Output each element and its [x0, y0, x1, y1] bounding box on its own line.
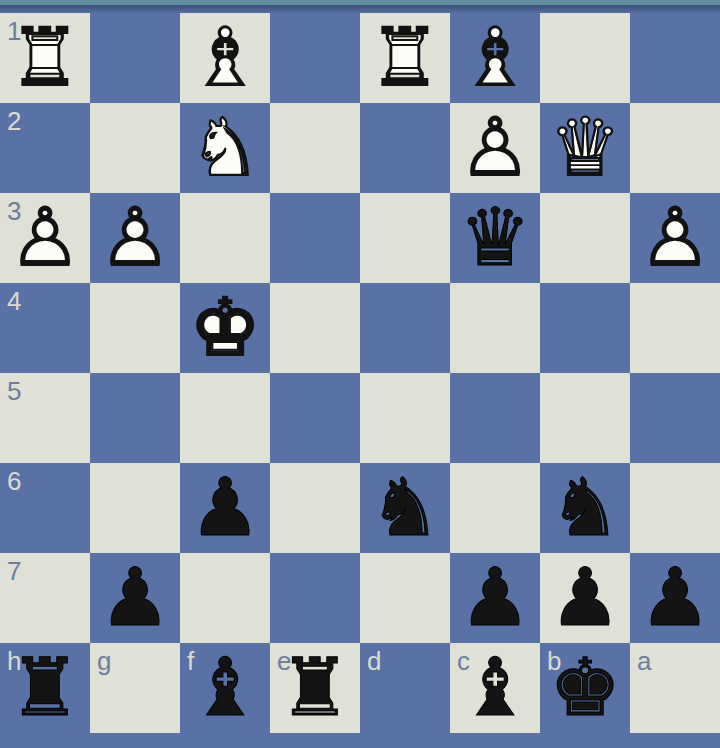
black-rook[interactable]: ♜♖	[270, 643, 360, 733]
square-h5[interactable]: 5	[0, 373, 90, 463]
black-knight[interactable]: ♞♘	[360, 463, 450, 553]
black-knight[interactable]: ♞♘	[540, 463, 630, 553]
white-rook-outline: ♖	[0, 13, 90, 103]
square-d4[interactable]	[360, 283, 450, 373]
black-king[interactable]: ♚♔	[540, 643, 630, 733]
square-e8[interactable]: e♜♖	[270, 643, 360, 733]
square-h2[interactable]: 2	[0, 103, 90, 193]
square-g4[interactable]	[90, 283, 180, 373]
white-rook[interactable]: ♜♖	[0, 13, 90, 103]
square-f6[interactable]: ♟♙	[180, 463, 270, 553]
white-bishop-outline: ♗	[450, 13, 540, 103]
square-h7[interactable]: 7	[0, 553, 90, 643]
square-c1[interactable]: ♝♗	[450, 13, 540, 103]
square-g8[interactable]: g	[90, 643, 180, 733]
black-pawn[interactable]: ♟♙	[630, 553, 720, 643]
square-c8[interactable]: c♝♗	[450, 643, 540, 733]
square-a3[interactable]: ♟♙	[630, 193, 720, 283]
file-label-d: d	[367, 648, 381, 674]
square-f2[interactable]: ♞♘	[180, 103, 270, 193]
square-c6[interactable]	[450, 463, 540, 553]
square-a7[interactable]: ♟♙	[630, 553, 720, 643]
black-bishop-glyph: ♝	[180, 643, 270, 733]
black-rook-glyph: ♜	[270, 643, 360, 733]
square-f4[interactable]: ♚♔	[180, 283, 270, 373]
square-a1[interactable]	[630, 13, 720, 103]
square-h6[interactable]: 6	[0, 463, 90, 553]
black-pawn-glyph: ♟	[630, 553, 720, 643]
square-g3[interactable]: ♟♙	[90, 193, 180, 283]
square-b5[interactable]	[540, 373, 630, 463]
square-g5[interactable]	[90, 373, 180, 463]
chess-board: 1♜♖♝♗♜♖♝♗2♞♘♟♙♛♕3♟♙♟♙♛♕♟♙4♚♔56♟♙♞♘♞♘7♟♙♟…	[0, 13, 720, 733]
square-c7[interactable]: ♟♙	[450, 553, 540, 643]
black-bishop[interactable]: ♝♗	[450, 643, 540, 733]
square-g2[interactable]	[90, 103, 180, 193]
chess-app: 1♜♖♝♗♜♖♝♗2♞♘♟♙♛♕3♟♙♟♙♛♕♟♙4♚♔56♟♙♞♘♞♘7♟♙♟…	[0, 0, 720, 748]
square-e2[interactable]	[270, 103, 360, 193]
white-pawn-outline: ♙	[450, 103, 540, 193]
square-e1[interactable]	[270, 13, 360, 103]
square-c4[interactable]	[450, 283, 540, 373]
square-b3[interactable]	[540, 193, 630, 283]
board-bottom-edge	[0, 733, 720, 748]
white-pawn[interactable]: ♟♙	[90, 193, 180, 283]
square-f7[interactable]	[180, 553, 270, 643]
black-queen-glyph: ♛	[450, 193, 540, 283]
black-rook[interactable]: ♜♖	[0, 643, 90, 733]
square-d1[interactable]: ♜♖	[360, 13, 450, 103]
square-d7[interactable]	[360, 553, 450, 643]
white-knight-outline: ♘	[180, 103, 270, 193]
square-h4[interactable]: 4	[0, 283, 90, 373]
square-a2[interactable]	[630, 103, 720, 193]
square-b4[interactable]	[540, 283, 630, 373]
square-c3[interactable]: ♛♕	[450, 193, 540, 283]
square-d6[interactable]: ♞♘	[360, 463, 450, 553]
white-rook-outline: ♖	[360, 13, 450, 103]
white-pawn-outline: ♙	[0, 193, 90, 283]
black-bishop-glyph: ♝	[450, 643, 540, 733]
black-pawn-glyph: ♟	[180, 463, 270, 553]
white-pawn-outline: ♙	[630, 193, 720, 283]
white-rook[interactable]: ♜♖	[360, 13, 450, 103]
black-pawn[interactable]: ♟♙	[540, 553, 630, 643]
black-pawn[interactable]: ♟♙	[90, 553, 180, 643]
square-e4[interactable]	[270, 283, 360, 373]
square-g7[interactable]: ♟♙	[90, 553, 180, 643]
square-f8[interactable]: f♝♗	[180, 643, 270, 733]
square-e6[interactable]	[270, 463, 360, 553]
square-f5[interactable]	[180, 373, 270, 463]
white-pawn[interactable]: ♟♙	[450, 103, 540, 193]
white-bishop-outline: ♗	[180, 13, 270, 103]
square-a5[interactable]	[630, 373, 720, 463]
white-queen-outline: ♕	[540, 103, 630, 193]
square-d8[interactable]: d	[360, 643, 450, 733]
white-king-outline: ♔	[180, 283, 270, 373]
square-f1[interactable]: ♝♗	[180, 13, 270, 103]
rank-label-7: 7	[7, 558, 21, 584]
board-top-edge	[0, 5, 720, 13]
square-d2[interactable]	[360, 103, 450, 193]
white-pawn[interactable]: ♟♙	[630, 193, 720, 283]
square-a6[interactable]	[630, 463, 720, 553]
white-pawn[interactable]: ♟♙	[0, 193, 90, 283]
black-knight-glyph: ♞	[360, 463, 450, 553]
square-a8[interactable]: a	[630, 643, 720, 733]
square-e7[interactable]	[270, 553, 360, 643]
black-pawn[interactable]: ♟♙	[180, 463, 270, 553]
square-h3[interactable]: 3♟♙	[0, 193, 90, 283]
square-h1[interactable]: 1♜♖	[0, 13, 90, 103]
rank-label-2: 2	[7, 108, 21, 134]
square-f3[interactable]	[180, 193, 270, 283]
square-b6[interactable]: ♞♘	[540, 463, 630, 553]
white-bishop[interactable]: ♝♗	[450, 13, 540, 103]
square-e5[interactable]	[270, 373, 360, 463]
black-pawn[interactable]: ♟♙	[450, 553, 540, 643]
square-b2[interactable]: ♛♕	[540, 103, 630, 193]
square-d5[interactable]	[360, 373, 450, 463]
white-knight[interactable]: ♞♘	[180, 103, 270, 193]
square-b7[interactable]: ♟♙	[540, 553, 630, 643]
black-pawn-glyph: ♟	[90, 553, 180, 643]
square-c5[interactable]	[450, 373, 540, 463]
white-queen[interactable]: ♛♕	[540, 103, 630, 193]
rank-label-5: 5	[7, 378, 21, 404]
square-b8[interactable]: b♚♔	[540, 643, 630, 733]
square-h8[interactable]: h♜♖	[0, 643, 90, 733]
white-pawn-outline: ♙	[90, 193, 180, 283]
black-king-glyph: ♚	[540, 643, 630, 733]
black-pawn-glyph: ♟	[450, 553, 540, 643]
rank-label-4: 4	[7, 288, 21, 314]
square-c2[interactable]: ♟♙	[450, 103, 540, 193]
square-a4[interactable]	[630, 283, 720, 373]
black-rook-glyph: ♜	[0, 643, 90, 733]
square-g1[interactable]	[90, 13, 180, 103]
file-label-g: g	[97, 648, 111, 674]
square-b1[interactable]	[540, 13, 630, 103]
black-queen[interactable]: ♛♕	[450, 193, 540, 283]
black-bishop[interactable]: ♝♗	[180, 643, 270, 733]
white-bishop[interactable]: ♝♗	[180, 13, 270, 103]
square-d3[interactable]	[360, 193, 450, 283]
square-e3[interactable]	[270, 193, 360, 283]
black-pawn-glyph: ♟	[540, 553, 630, 643]
rank-label-6: 6	[7, 468, 21, 494]
file-label-a: a	[637, 648, 651, 674]
square-g6[interactable]	[90, 463, 180, 553]
black-knight-glyph: ♞	[540, 463, 630, 553]
white-king[interactable]: ♚♔	[180, 283, 270, 373]
